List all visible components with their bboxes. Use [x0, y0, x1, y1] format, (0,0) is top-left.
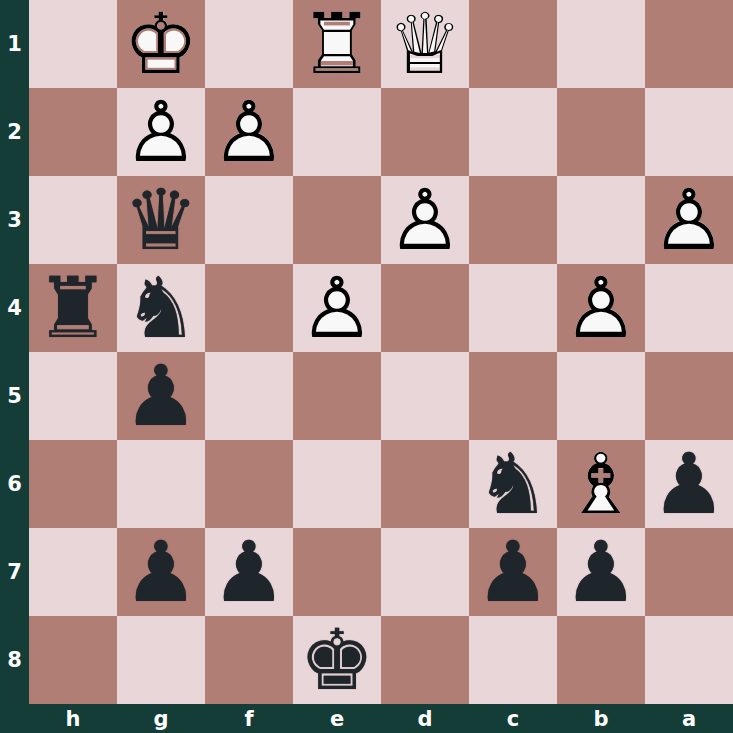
- white-pawn[interactable]: ♟♙: [117, 88, 205, 176]
- square-h3[interactable]: [29, 176, 117, 264]
- white-king[interactable]: ♚♔: [117, 0, 205, 88]
- white-bishop-glyph-outline: ♗: [557, 440, 645, 528]
- white-pawn[interactable]: ♟♙: [645, 176, 733, 264]
- black-pawn[interactable]: ♟: [117, 352, 205, 440]
- white-pawn[interactable]: ♟♙: [381, 176, 469, 264]
- square-g7[interactable]: ♟: [117, 528, 205, 616]
- square-b4[interactable]: ♟♙: [557, 264, 645, 352]
- square-b1[interactable]: [557, 0, 645, 88]
- square-h6[interactable]: [29, 440, 117, 528]
- black-queen-glyph: ♛: [117, 176, 205, 264]
- square-d4[interactable]: [381, 264, 469, 352]
- white-rook-glyph-outline: ♖: [293, 0, 381, 88]
- square-c4[interactable]: [469, 264, 557, 352]
- white-pawn-glyph-fill: ♟: [205, 88, 293, 176]
- rank-label-1: 1: [0, 0, 29, 88]
- black-pawn[interactable]: ♟: [557, 528, 645, 616]
- white-pawn-glyph-fill: ♟: [645, 176, 733, 264]
- black-pawn[interactable]: ♟: [117, 528, 205, 616]
- white-pawn-glyph-outline: ♙: [205, 88, 293, 176]
- black-rook[interactable]: ♜: [29, 264, 117, 352]
- square-c8[interactable]: [469, 616, 557, 704]
- black-knight[interactable]: ♞: [469, 440, 557, 528]
- white-bishop-glyph-fill: ♝: [557, 440, 645, 528]
- chess-board: 1♚♔♜♖♛♕2♟♙♟♙3♛♟♙♟♙4♜♞♟♙♟♙5♟6♞♝♗♟7♟♟♟♟8♚h…: [0, 0, 733, 733]
- black-pawn-glyph: ♟: [469, 528, 557, 616]
- white-king-glyph-outline: ♔: [117, 0, 205, 88]
- square-c7[interactable]: ♟: [469, 528, 557, 616]
- square-d1[interactable]: ♛♕: [381, 0, 469, 88]
- white-pawn-glyph-fill: ♟: [293, 264, 381, 352]
- square-d3[interactable]: ♟♙: [381, 176, 469, 264]
- rank-label-6: 6: [0, 440, 29, 528]
- square-e8[interactable]: ♚: [293, 616, 381, 704]
- square-h2[interactable]: [29, 88, 117, 176]
- black-knight-glyph: ♞: [469, 440, 557, 528]
- rank-label-5: 5: [0, 352, 29, 440]
- white-bishop[interactable]: ♝♗: [557, 440, 645, 528]
- square-a8[interactable]: [645, 616, 733, 704]
- black-rook-glyph: ♜: [29, 264, 117, 352]
- white-pawn[interactable]: ♟♙: [293, 264, 381, 352]
- white-queen-glyph-outline: ♕: [381, 0, 469, 88]
- black-king-glyph: ♚: [293, 616, 381, 704]
- rank-label-4: 4: [0, 264, 29, 352]
- square-d7[interactable]: [381, 528, 469, 616]
- file-label-h: h: [29, 704, 117, 733]
- square-f8[interactable]: [205, 616, 293, 704]
- file-label-d: d: [381, 704, 469, 733]
- black-knight[interactable]: ♞: [117, 264, 205, 352]
- square-g8[interactable]: [117, 616, 205, 704]
- white-pawn-glyph-outline: ♙: [381, 176, 469, 264]
- square-d6[interactable]: [381, 440, 469, 528]
- black-pawn-glyph: ♟: [645, 440, 733, 528]
- white-pawn-glyph-outline: ♙: [293, 264, 381, 352]
- square-g2[interactable]: ♟♙: [117, 88, 205, 176]
- black-knight-glyph: ♞: [117, 264, 205, 352]
- black-pawn[interactable]: ♟: [469, 528, 557, 616]
- square-g4[interactable]: ♞: [117, 264, 205, 352]
- white-pawn-glyph-fill: ♟: [117, 88, 205, 176]
- square-a4[interactable]: [645, 264, 733, 352]
- square-b6[interactable]: ♝♗: [557, 440, 645, 528]
- black-pawn[interactable]: ♟: [645, 440, 733, 528]
- square-c2[interactable]: [469, 88, 557, 176]
- square-b3[interactable]: [557, 176, 645, 264]
- white-pawn-glyph-outline: ♙: [557, 264, 645, 352]
- square-d2[interactable]: [381, 88, 469, 176]
- square-d5[interactable]: [381, 352, 469, 440]
- square-e7[interactable]: [293, 528, 381, 616]
- square-b7[interactable]: ♟: [557, 528, 645, 616]
- white-pawn-glyph-fill: ♟: [557, 264, 645, 352]
- black-pawn-glyph: ♟: [117, 528, 205, 616]
- square-d8[interactable]: [381, 616, 469, 704]
- square-a3[interactable]: ♟♙: [645, 176, 733, 264]
- square-f2[interactable]: ♟♙: [205, 88, 293, 176]
- square-f6[interactable]: [205, 440, 293, 528]
- square-g6[interactable]: [117, 440, 205, 528]
- square-h7[interactable]: [29, 528, 117, 616]
- square-a7[interactable]: [645, 528, 733, 616]
- square-e3[interactable]: [293, 176, 381, 264]
- rank-label-2: 2: [0, 88, 29, 176]
- square-f7[interactable]: ♟: [205, 528, 293, 616]
- square-c3[interactable]: [469, 176, 557, 264]
- white-pawn[interactable]: ♟♙: [557, 264, 645, 352]
- square-a2[interactable]: [645, 88, 733, 176]
- square-c6[interactable]: ♞: [469, 440, 557, 528]
- square-c1[interactable]: [469, 0, 557, 88]
- rank-label-7: 7: [0, 528, 29, 616]
- square-e1[interactable]: ♜♖: [293, 0, 381, 88]
- square-e5[interactable]: [293, 352, 381, 440]
- square-b2[interactable]: [557, 88, 645, 176]
- file-label-f: f: [205, 704, 293, 733]
- square-a1[interactable]: [645, 0, 733, 88]
- square-f5[interactable]: [205, 352, 293, 440]
- square-f3[interactable]: [205, 176, 293, 264]
- square-b5[interactable]: [557, 352, 645, 440]
- rank-label-3: 3: [0, 176, 29, 264]
- square-h1[interactable]: [29, 0, 117, 88]
- square-f1[interactable]: [205, 0, 293, 88]
- square-b8[interactable]: [557, 616, 645, 704]
- file-label-c: c: [469, 704, 557, 733]
- square-g3[interactable]: ♛: [117, 176, 205, 264]
- white-queen-glyph-fill: ♛: [381, 0, 469, 88]
- square-e4[interactable]: ♟♙: [293, 264, 381, 352]
- square-g1[interactable]: ♚♔: [117, 0, 205, 88]
- white-queen[interactable]: ♛♕: [381, 0, 469, 88]
- white-pawn[interactable]: ♟♙: [205, 88, 293, 176]
- square-h8[interactable]: [29, 616, 117, 704]
- white-rook[interactable]: ♜♖: [293, 0, 381, 88]
- black-pawn-glyph: ♟: [205, 528, 293, 616]
- white-king-glyph-fill: ♚: [117, 0, 205, 88]
- rank-label-8: 8: [0, 616, 29, 704]
- square-e2[interactable]: [293, 88, 381, 176]
- file-label-g: g: [117, 704, 205, 733]
- square-h4[interactable]: ♜: [29, 264, 117, 352]
- black-queen[interactable]: ♛: [117, 176, 205, 264]
- square-h5[interactable]: [29, 352, 117, 440]
- square-a6[interactable]: ♟: [645, 440, 733, 528]
- black-pawn-glyph: ♟: [117, 352, 205, 440]
- board-corner: [0, 704, 29, 733]
- black-king[interactable]: ♚: [293, 616, 381, 704]
- file-label-b: b: [557, 704, 645, 733]
- square-c5[interactable]: [469, 352, 557, 440]
- white-pawn-glyph-fill: ♟: [381, 176, 469, 264]
- square-a5[interactable]: [645, 352, 733, 440]
- square-g5[interactable]: ♟: [117, 352, 205, 440]
- square-e6[interactable]: [293, 440, 381, 528]
- black-pawn[interactable]: ♟: [205, 528, 293, 616]
- black-pawn-glyph: ♟: [557, 528, 645, 616]
- white-pawn-glyph-outline: ♙: [117, 88, 205, 176]
- white-pawn-glyph-outline: ♙: [645, 176, 733, 264]
- square-f4[interactable]: [205, 264, 293, 352]
- white-rook-glyph-fill: ♜: [293, 0, 381, 88]
- file-label-e: e: [293, 704, 381, 733]
- file-label-a: a: [645, 704, 733, 733]
